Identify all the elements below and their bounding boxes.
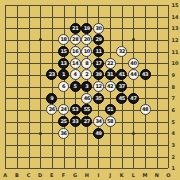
row-label: 6 <box>172 107 175 113</box>
stone-H7: 46 <box>81 93 92 104</box>
stone-H12: 20 <box>81 34 92 45</box>
stone-L9: 44 <box>128 69 139 80</box>
column-label: D <box>38 172 42 178</box>
stone-K11: 32 <box>116 46 127 57</box>
column-label: M <box>143 172 148 178</box>
row-label: 1 <box>172 165 175 171</box>
stone-M9: 43 <box>140 69 151 80</box>
row-label: 12 <box>172 37 179 43</box>
stone-F12: 18 <box>58 34 69 45</box>
stone-G8: 5 <box>70 81 81 92</box>
stone-H11: 10 <box>81 46 92 57</box>
stone-L10: 40 <box>128 58 139 69</box>
grid-line <box>5 168 168 169</box>
stone-L7: 47 <box>128 93 139 104</box>
stone-F6: 24 <box>58 104 69 115</box>
stone-H8: 3 <box>81 81 92 92</box>
star-point <box>132 132 135 135</box>
stone-I8: 12 <box>93 81 104 92</box>
stone-F4: 36 <box>58 128 69 139</box>
stone-I4: 49 <box>93 128 104 139</box>
column-label: K <box>120 172 124 178</box>
grid-line <box>168 5 169 168</box>
column-label: B <box>15 172 19 178</box>
stone-I10: 17 <box>93 58 104 69</box>
grid-line <box>157 5 158 168</box>
column-label: N <box>155 172 159 178</box>
row-label: 7 <box>172 95 175 101</box>
column-label: G <box>73 172 77 178</box>
stone-F11: 15 <box>58 46 69 57</box>
row-label: 10 <box>172 60 179 66</box>
stone-F5: 25 <box>58 116 69 127</box>
column-label: L <box>132 172 135 178</box>
star-point <box>39 132 42 135</box>
stone-G9: 4 <box>70 69 81 80</box>
stone-E6: 26 <box>46 104 57 115</box>
stone-K8: 37 <box>116 81 127 92</box>
stone-K9: 41 <box>116 69 127 80</box>
stone-E7: 9 <box>46 93 57 104</box>
stone-H6: 55 <box>81 104 92 115</box>
stone-I5: 34 <box>93 116 104 127</box>
stone-J6: 51 <box>105 104 116 115</box>
row-label: 9 <box>172 72 175 78</box>
grid-line <box>5 145 168 146</box>
stone-G12: 28 <box>70 34 81 45</box>
stone-J5: 58 <box>105 116 116 127</box>
stone-F10: 13 <box>58 58 69 69</box>
stone-F8: 6 <box>58 81 69 92</box>
column-label: A <box>3 172 7 178</box>
stone-I13: 30 <box>93 23 104 34</box>
grid-line <box>145 5 146 168</box>
stone-E9: 23 <box>46 69 57 80</box>
grid-line <box>133 5 134 168</box>
stone-I11: 11 <box>93 46 104 57</box>
column-label: C <box>27 172 31 178</box>
row-label: 3 <box>172 142 175 148</box>
stone-J9: 31 <box>105 69 116 80</box>
stone-J10: 22 <box>105 58 116 69</box>
row-label: 14 <box>172 14 179 20</box>
go-board[interactable]: ABCDEFGHIJKLMNO1514131211109876543211234… <box>0 0 180 180</box>
stone-J8: 42 <box>105 81 116 92</box>
stone-H10: 8 <box>81 58 92 69</box>
stone-G13: 21 <box>70 23 81 34</box>
stone-I9: 39 <box>93 69 104 80</box>
stone-G10: 14 <box>70 58 81 69</box>
stone-F9: 1 <box>58 69 69 80</box>
stone-H13: 19 <box>81 23 92 34</box>
column-label: E <box>50 172 53 178</box>
stone-G11: 16 <box>70 46 81 57</box>
column-label: O <box>166 172 170 178</box>
column-label: J <box>109 172 111 178</box>
grid-line <box>5 157 168 158</box>
row-label: 5 <box>172 119 175 125</box>
stone-H9: 2 <box>81 69 92 80</box>
row-label: 13 <box>172 25 179 31</box>
stone-I12: 29 <box>93 34 104 45</box>
stone-M6: 48 <box>140 104 151 115</box>
row-label: 15 <box>172 2 179 8</box>
column-label: H <box>85 172 89 178</box>
stone-H5: 27 <box>81 116 92 127</box>
grid-line <box>5 133 168 134</box>
row-label: 2 <box>172 154 175 160</box>
row-label: 4 <box>172 130 175 136</box>
stone-G6: 53 <box>70 104 81 115</box>
stone-I7: 35 <box>93 93 104 104</box>
stone-K7: 45 <box>116 93 127 104</box>
column-label: I <box>98 172 100 178</box>
stone-G5: 33 <box>70 116 81 127</box>
column-label: F <box>62 172 65 178</box>
row-label: 11 <box>172 49 179 55</box>
row-label: 8 <box>172 84 175 90</box>
